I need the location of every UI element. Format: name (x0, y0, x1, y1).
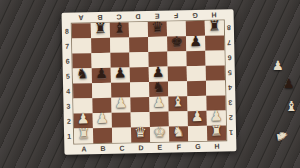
captured-white-pawn[interactable]: ♟ (272, 58, 284, 73)
black-rook-b8[interactable]: ♜ (91, 20, 110, 38)
square-b8[interactable]: ♜ (91, 23, 110, 38)
square-e1[interactable]: ♚ (150, 127, 169, 142)
square-c1[interactable] (112, 127, 131, 142)
captured-black-pawn[interactable]: ♟ (283, 76, 295, 91)
coord-label-6: 6 (224, 50, 234, 65)
coord-label-F: F (167, 10, 186, 21)
square-b2[interactable]: ♟ (93, 113, 112, 128)
black-pawn-g7[interactable]: ♟ (186, 33, 205, 51)
coord-label-G: G (188, 141, 207, 152)
white-rook-h1[interactable]: ♜ (207, 122, 226, 140)
coord-label-7: 7 (62, 39, 72, 54)
square-h8[interactable]: ♜ (205, 20, 224, 35)
square-c5[interactable]: ♟ (111, 67, 130, 82)
white-bishop-f3[interactable]: ♝ (168, 93, 187, 111)
coord-label-H: H (207, 140, 226, 151)
square-h1[interactable]: ♜ (207, 125, 226, 140)
square-d4[interactable] (130, 82, 149, 97)
white-rook-a1[interactable]: ♜ (74, 125, 93, 143)
square-h6[interactable] (205, 50, 224, 65)
square-f1[interactable]: ♞ (169, 126, 188, 141)
square-f6[interactable] (167, 51, 186, 66)
coord-label-8: 8 (224, 20, 234, 35)
black-queen-e8[interactable]: ♛ (148, 19, 167, 37)
square-g7[interactable]: ♟ (186, 36, 205, 51)
square-e3[interactable]: ♟ (149, 97, 168, 112)
square-c3[interactable]: ♟ (111, 97, 130, 112)
square-g2[interactable]: ♟ (188, 111, 207, 126)
white-pawn-e3[interactable]: ♟ (149, 94, 168, 112)
square-h5[interactable] (206, 65, 225, 80)
square-g1[interactable] (188, 126, 207, 141)
square-d7[interactable] (129, 37, 148, 52)
square-c2[interactable] (112, 112, 131, 127)
white-king-e1[interactable]: ♚ (150, 124, 169, 142)
square-b5[interactable]: ♟ (92, 68, 111, 83)
board-grid: ♜♝♛♜♚♟♞♟♟♟♞♟♟♝♟♟♟♟♜♛♚♞♜ (72, 20, 226, 143)
square-h4[interactable] (206, 80, 225, 95)
white-pawn-g2[interactable]: ♟ (188, 108, 207, 126)
white-knight-f1[interactable]: ♞ (169, 123, 188, 141)
black-rook-h8[interactable]: ♜ (205, 17, 224, 35)
white-pawn-c3[interactable]: ♟ (111, 94, 130, 112)
coord-label-B: B (93, 143, 112, 154)
square-a4[interactable] (73, 83, 92, 98)
coord-label-D: D (129, 11, 148, 22)
square-d3[interactable] (130, 97, 149, 112)
square-a1[interactable]: ♜ (74, 128, 93, 143)
square-c7[interactable] (110, 37, 129, 52)
coord-label-G: G (186, 10, 205, 21)
coord-label-6: 6 (62, 54, 72, 69)
coord-label-7: 7 (224, 35, 234, 50)
square-b4[interactable] (92, 83, 111, 98)
square-a8[interactable] (72, 23, 91, 38)
black-knight-a5[interactable]: ♞ (73, 65, 92, 83)
coord-label-1: 1 (226, 125, 236, 140)
square-f5[interactable] (168, 66, 187, 81)
coord-label-C: C (112, 142, 131, 153)
black-pawn-b5[interactable]: ♟ (92, 65, 111, 83)
square-a7[interactable] (72, 38, 91, 53)
square-b7[interactable] (91, 38, 110, 53)
white-queen-d1[interactable]: ♛ (131, 124, 150, 142)
coord-label-5: 5 (63, 69, 73, 84)
captured-white-bishop[interactable]: ♝ (285, 98, 298, 114)
square-g4[interactable] (187, 81, 206, 96)
coord-label-2: 2 (226, 110, 236, 125)
coord-label-4: 4 (225, 80, 235, 95)
square-c8[interactable]: ♝ (110, 22, 129, 37)
square-h7[interactable] (205, 35, 224, 50)
square-e7[interactable] (148, 37, 167, 52)
black-king-f7[interactable]: ♚ (167, 33, 186, 51)
coord-label-3: 3 (63, 99, 73, 114)
chessboard: ABCDEFGH 87654321 ♜♝♛♜♚♟♞♟♟♟♞♟♟♝♟♟♟♟♜♛♚♞… (62, 9, 237, 155)
square-g6[interactable] (186, 51, 205, 66)
black-pawn-c5[interactable]: ♟ (111, 64, 130, 82)
black-bishop-c8[interactable]: ♝ (110, 19, 129, 37)
square-d1[interactable]: ♛ (131, 127, 150, 142)
square-f7[interactable]: ♚ (167, 36, 186, 51)
coord-label-5: 5 (225, 65, 235, 80)
coord-label-4: 4 (63, 84, 73, 99)
square-f3[interactable]: ♝ (168, 96, 187, 111)
white-pawn-b2[interactable]: ♟ (93, 110, 112, 128)
square-e8[interactable]: ♛ (148, 22, 167, 37)
coord-label-8: 8 (62, 24, 72, 39)
coord-label-3: 3 (225, 95, 235, 110)
coord-label-D: D (131, 142, 150, 153)
square-d6[interactable] (129, 52, 148, 67)
captured-white-knight[interactable]: ♞ (273, 128, 291, 143)
coord-label-A: A (72, 12, 91, 23)
square-a5[interactable]: ♞ (73, 68, 92, 83)
coord-label-F: F (169, 141, 188, 152)
coord-label-2: 2 (64, 114, 74, 129)
coord-label-A: A (74, 143, 93, 154)
coord-label-1: 1 (64, 129, 74, 144)
square-d8[interactable] (129, 22, 148, 37)
square-b1[interactable] (93, 128, 112, 143)
square-g5[interactable] (187, 66, 206, 81)
square-d5[interactable] (130, 67, 149, 82)
coord-label-E: E (150, 142, 169, 153)
